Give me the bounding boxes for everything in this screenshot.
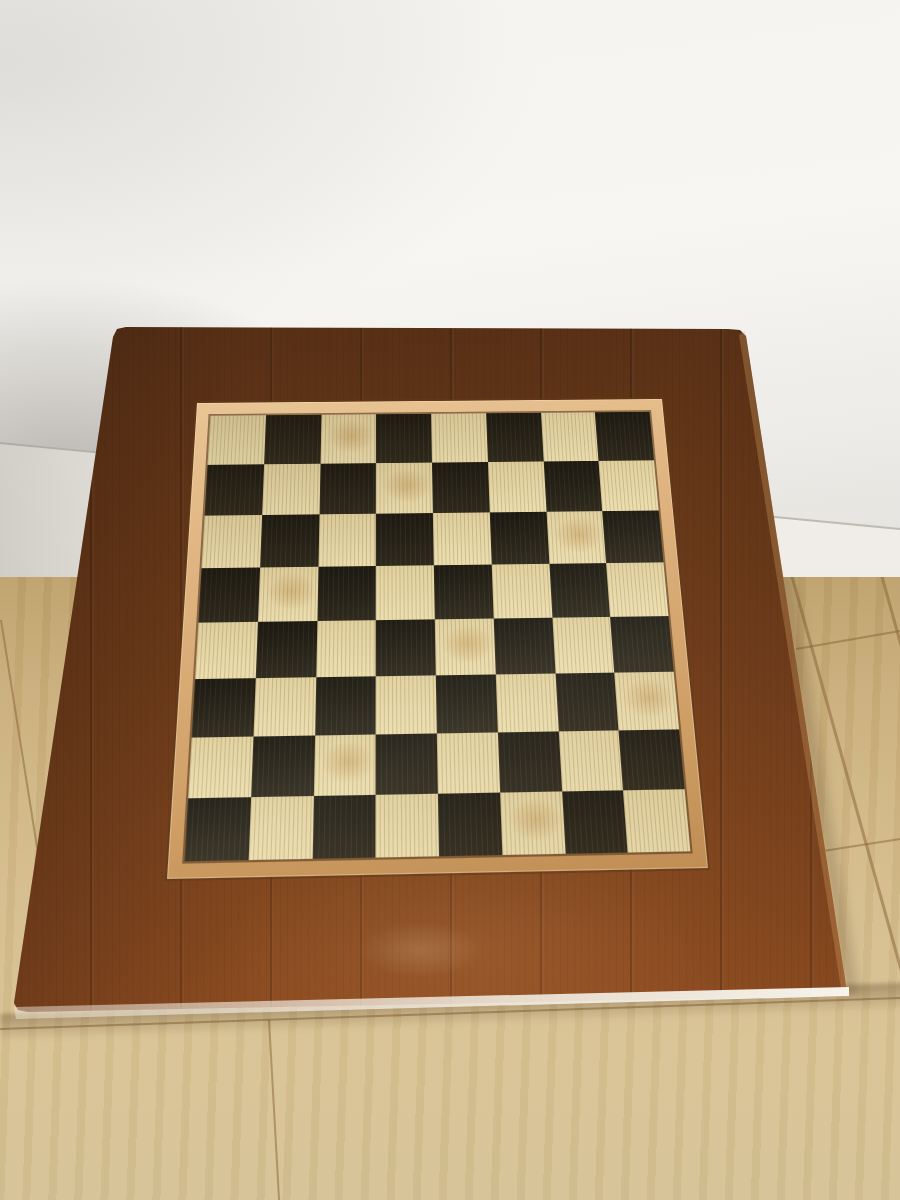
square-a6 <box>201 515 261 568</box>
square-f2 <box>498 731 562 792</box>
floor-seam <box>796 630 900 650</box>
square-g2 <box>558 730 623 791</box>
square-a7 <box>205 464 264 515</box>
square-h1 <box>623 789 690 852</box>
square-e7 <box>432 462 490 513</box>
square-g1 <box>562 790 628 853</box>
square-e1 <box>438 793 502 857</box>
square-f4 <box>493 618 555 675</box>
square-c1 <box>312 795 376 859</box>
square-c3 <box>315 676 376 735</box>
square-c8 <box>320 414 376 463</box>
square-a8 <box>208 415 266 465</box>
square-a2 <box>188 737 253 799</box>
square-d7 <box>376 463 433 514</box>
square-f3 <box>495 674 558 733</box>
square-b6 <box>260 514 319 567</box>
square-e2 <box>437 732 500 793</box>
square-b8 <box>264 415 321 465</box>
square-b1 <box>248 796 313 860</box>
square-f6 <box>490 512 549 565</box>
square-d6 <box>376 513 434 566</box>
square-a1 <box>184 797 250 861</box>
square-g7 <box>543 461 602 512</box>
square-e8 <box>431 413 488 462</box>
square-b2 <box>251 736 315 798</box>
square-c5 <box>317 566 376 621</box>
square-h3 <box>614 672 679 731</box>
square-b5 <box>258 567 318 622</box>
square-b3 <box>253 677 316 736</box>
square-g4 <box>552 617 614 674</box>
square-c2 <box>313 734 375 796</box>
square-g8 <box>541 412 599 461</box>
square-b7 <box>262 464 320 515</box>
square-f8 <box>486 413 543 462</box>
square-a4 <box>195 622 258 679</box>
square-f1 <box>500 791 565 855</box>
square-h2 <box>619 729 685 790</box>
board-frame <box>167 399 708 879</box>
square-h8 <box>595 412 654 461</box>
square-g6 <box>546 511 606 564</box>
square-b4 <box>255 621 316 678</box>
square-d2 <box>376 733 438 794</box>
square-c6 <box>318 514 376 567</box>
square-f7 <box>488 461 546 512</box>
square-c7 <box>319 463 376 514</box>
square-c4 <box>316 620 376 677</box>
checkerboard <box>182 410 693 864</box>
floor-seam <box>823 838 900 852</box>
square-d3 <box>376 675 437 734</box>
square-e6 <box>433 512 492 565</box>
floor-seam <box>268 1020 280 1200</box>
square-d4 <box>376 619 436 676</box>
square-a3 <box>192 678 256 737</box>
square-h6 <box>602 510 663 563</box>
floor-seam <box>880 577 900 650</box>
square-h7 <box>599 460 659 511</box>
square-g5 <box>549 563 610 618</box>
square-e3 <box>436 674 498 733</box>
square-f5 <box>491 564 551 619</box>
square-d8 <box>376 414 432 463</box>
square-d1 <box>376 794 439 858</box>
square-g3 <box>555 673 619 732</box>
square-d5 <box>376 565 435 620</box>
photo-scene <box>0 0 900 1200</box>
square-a5 <box>198 567 259 622</box>
square-h5 <box>606 562 668 617</box>
square-h4 <box>610 616 673 673</box>
square-e4 <box>435 619 496 676</box>
square-e5 <box>434 565 494 620</box>
